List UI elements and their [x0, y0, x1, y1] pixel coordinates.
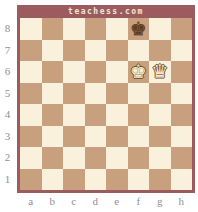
- piece-white-queen-g6[interactable]: ♛: [149, 61, 171, 83]
- piece-black-king-f8[interactable]: ♚: [128, 18, 150, 40]
- rank-label-7: 7: [0, 40, 15, 62]
- square-c7[interactable]: [63, 40, 85, 62]
- square-c3[interactable]: [63, 126, 85, 148]
- square-g8[interactable]: [149, 18, 171, 40]
- square-h1[interactable]: [171, 169, 193, 191]
- square-b4[interactable]: [42, 104, 64, 126]
- square-a1[interactable]: [20, 169, 42, 191]
- square-g3[interactable]: [149, 126, 171, 148]
- file-label-c: c: [63, 194, 85, 209]
- square-h7[interactable]: [171, 40, 193, 62]
- square-d7[interactable]: [85, 40, 107, 62]
- square-e3[interactable]: [106, 126, 128, 148]
- square-a8[interactable]: [20, 18, 42, 40]
- square-e1[interactable]: [106, 169, 128, 191]
- square-b2[interactable]: [42, 147, 64, 169]
- square-d2[interactable]: [85, 147, 107, 169]
- square-f8[interactable]: ♚: [128, 18, 150, 40]
- square-e6[interactable]: [106, 61, 128, 83]
- square-c1[interactable]: [63, 169, 85, 191]
- square-g7[interactable]: [149, 40, 171, 62]
- square-b5[interactable]: [42, 83, 64, 105]
- square-e8[interactable]: [106, 18, 128, 40]
- square-f3[interactable]: [128, 126, 150, 148]
- square-h8[interactable]: [171, 18, 193, 40]
- square-g6[interactable]: ♛: [149, 61, 171, 83]
- square-f7[interactable]: [128, 40, 150, 62]
- square-b7[interactable]: [42, 40, 64, 62]
- piece-white-king-f6[interactable]: ♚: [128, 61, 150, 83]
- rank-labels: 87654321: [0, 18, 15, 190]
- square-h6[interactable]: [171, 61, 193, 83]
- square-b6[interactable]: [42, 61, 64, 83]
- square-f5[interactable]: [128, 83, 150, 105]
- file-label-a: a: [20, 194, 42, 209]
- square-c5[interactable]: [63, 83, 85, 105]
- square-b3[interactable]: [42, 126, 64, 148]
- board-grid: ♚♚♛: [20, 18, 192, 190]
- square-c4[interactable]: [63, 104, 85, 126]
- square-e2[interactable]: [106, 147, 128, 169]
- rank-label-1: 1: [0, 169, 15, 191]
- square-h5[interactable]: [171, 83, 193, 105]
- square-c2[interactable]: [63, 147, 85, 169]
- square-d4[interactable]: [85, 104, 107, 126]
- page: teachess.com ♚♚♛ 87654321 abcdefgh: [0, 0, 198, 212]
- file-label-g: g: [149, 194, 171, 209]
- file-label-h: h: [171, 194, 193, 209]
- square-h4[interactable]: [171, 104, 193, 126]
- rank-label-8: 8: [0, 18, 15, 40]
- file-label-d: d: [85, 194, 107, 209]
- square-f2[interactable]: [128, 147, 150, 169]
- square-a6[interactable]: [20, 61, 42, 83]
- square-a3[interactable]: [20, 126, 42, 148]
- square-a7[interactable]: [20, 40, 42, 62]
- square-d3[interactable]: [85, 126, 107, 148]
- square-d5[interactable]: [85, 83, 107, 105]
- square-h2[interactable]: [171, 147, 193, 169]
- square-g4[interactable]: [149, 104, 171, 126]
- square-c8[interactable]: [63, 18, 85, 40]
- square-c6[interactable]: [63, 61, 85, 83]
- square-d6[interactable]: [85, 61, 107, 83]
- file-labels: abcdefgh: [20, 194, 192, 209]
- square-g1[interactable]: [149, 169, 171, 191]
- square-a4[interactable]: [20, 104, 42, 126]
- rank-label-4: 4: [0, 104, 15, 126]
- square-a5[interactable]: [20, 83, 42, 105]
- square-f4[interactable]: [128, 104, 150, 126]
- square-d8[interactable]: [85, 18, 107, 40]
- square-e4[interactable]: [106, 104, 128, 126]
- square-e7[interactable]: [106, 40, 128, 62]
- file-label-e: e: [106, 194, 128, 209]
- chess-board: teachess.com ♚♚♛: [17, 5, 195, 193]
- rank-label-3: 3: [0, 126, 15, 148]
- site-title: teachess.com: [20, 5, 192, 18]
- square-b8[interactable]: [42, 18, 64, 40]
- rank-label-5: 5: [0, 83, 15, 105]
- square-f1[interactable]: [128, 169, 150, 191]
- square-e5[interactable]: [106, 83, 128, 105]
- file-label-f: f: [128, 194, 150, 209]
- square-f6[interactable]: ♚: [128, 61, 150, 83]
- rank-label-2: 2: [0, 147, 15, 169]
- rank-label-6: 6: [0, 61, 15, 83]
- file-label-b: b: [42, 194, 64, 209]
- square-g5[interactable]: [149, 83, 171, 105]
- square-a2[interactable]: [20, 147, 42, 169]
- square-g2[interactable]: [149, 147, 171, 169]
- square-b1[interactable]: [42, 169, 64, 191]
- square-h3[interactable]: [171, 126, 193, 148]
- square-d1[interactable]: [85, 169, 107, 191]
